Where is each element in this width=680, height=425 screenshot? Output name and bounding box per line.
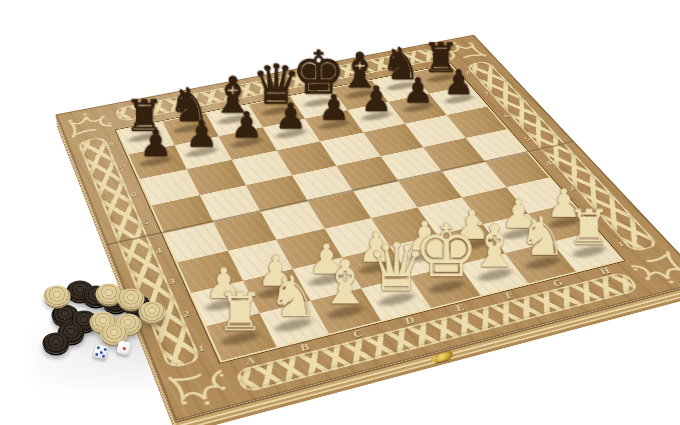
- brass-clasp: [435, 350, 452, 363]
- chess-board: ABCDEFGH 87654321 87654321 ♜♞♝♛♚♝♞♜♟♟♟♟♟…: [55, 35, 680, 422]
- product-photo: ABCDEFGH 87654321 87654321 ♜♞♝♛♚♝♞♜♟♟♟♟♟…: [0, 0, 680, 425]
- white-knight-glyph: ♞: [518, 212, 566, 263]
- white-rook-glyph: ♜: [216, 288, 263, 338]
- white-rook-glyph: ♜: [566, 205, 610, 251]
- white-knight-glyph: ♞: [267, 271, 318, 325]
- scene: ABCDEFGH 87654321 87654321 ♜♞♝♛♚♝♞♜♟♟♟♟♟…: [0, 0, 680, 425]
- white-bishop-glyph: ♝: [318, 254, 372, 312]
- white-queen-glyph: ♛: [366, 236, 426, 299]
